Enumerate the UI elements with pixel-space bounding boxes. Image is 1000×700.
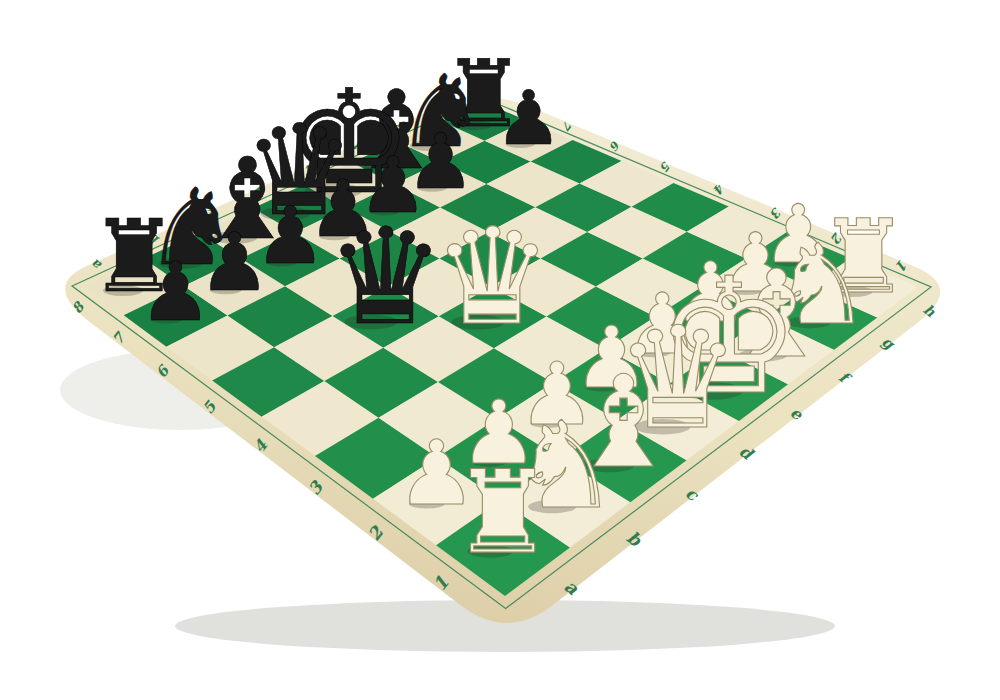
chess-set-photo: 1122334455667788aabbccddeeffgghh♜♟♞♝♟♚♟♛… bbox=[0, 0, 1000, 700]
piece-black-pawn-h7[interactable]: ♟ bbox=[495, 74, 562, 162]
piece-white-rook-a1[interactable]: ♜ bbox=[452, 446, 554, 579]
chessboard: 1122334455667788aabbccddeeffgghh♜♟♞♝♟♚♟♛… bbox=[0, 0, 1000, 700]
piece-white-queen-d4[interactable]: ♛ bbox=[433, 199, 553, 354]
piece-black-queen-c5[interactable]: ♛ bbox=[326, 200, 445, 354]
piece-black-pawn-a7[interactable]: ♟ bbox=[139, 244, 212, 339]
